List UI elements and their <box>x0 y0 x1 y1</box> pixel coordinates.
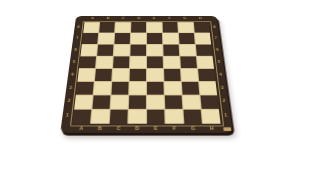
square-g4[interactable] <box>181 69 198 81</box>
square-e7[interactable] <box>147 33 162 44</box>
square-b3[interactable] <box>94 82 112 95</box>
square-c8[interactable] <box>115 22 130 32</box>
square-d6[interactable] <box>130 45 146 56</box>
square-a5[interactable] <box>79 56 96 68</box>
square-d8[interactable] <box>131 22 146 32</box>
square-h8[interactable] <box>194 22 210 32</box>
square-e3[interactable] <box>147 82 164 95</box>
brand-stamp <box>223 127 231 130</box>
file-label-top-g: G <box>177 17 193 21</box>
square-b6[interactable] <box>97 45 113 56</box>
rank-label-right-6: 6 <box>214 44 222 56</box>
rank-label-left-4: 4 <box>68 69 76 82</box>
square-f2[interactable] <box>165 95 183 108</box>
file-label-top-f: F <box>162 17 178 21</box>
rank-label-left-5: 5 <box>70 56 78 68</box>
square-g7[interactable] <box>179 33 195 44</box>
square-g2[interactable] <box>183 95 201 108</box>
file-label-bottom-d: D <box>128 126 147 131</box>
square-c7[interactable] <box>114 33 130 44</box>
square-b2[interactable] <box>92 95 110 108</box>
square-e5[interactable] <box>147 56 163 68</box>
square-e2[interactable] <box>147 95 164 108</box>
square-h6[interactable] <box>196 45 213 56</box>
file-labels-top: ABCDEFGH <box>85 17 209 21</box>
file-label-bottom-e: E <box>147 126 166 131</box>
square-f8[interactable] <box>163 22 178 32</box>
square-c6[interactable] <box>114 45 130 56</box>
square-a6[interactable] <box>81 45 98 56</box>
square-b5[interactable] <box>96 56 113 68</box>
square-d2[interactable] <box>129 95 146 108</box>
square-b4[interactable] <box>95 69 112 81</box>
file-labels-bottom: ABCDEFGH <box>72 126 222 131</box>
file-label-bottom-b: B <box>90 126 109 131</box>
square-f5[interactable] <box>164 56 180 68</box>
file-label-top-h: H <box>193 17 209 21</box>
file-label-top-c: C <box>116 17 132 21</box>
rank-label-left-3: 3 <box>66 81 74 94</box>
square-d3[interactable] <box>129 82 146 95</box>
square-f1[interactable] <box>165 110 183 124</box>
square-g8[interactable] <box>178 22 194 32</box>
file-label-top-b: B <box>100 17 116 21</box>
file-label-bottom-f: F <box>165 126 184 131</box>
square-d5[interactable] <box>130 56 146 68</box>
square-f4[interactable] <box>164 69 181 81</box>
square-g1[interactable] <box>184 110 202 124</box>
rank-label-right-7: 7 <box>212 33 220 44</box>
square-h1[interactable] <box>202 110 221 124</box>
file-label-bottom-a: A <box>72 126 91 131</box>
rank-label-right-4: 4 <box>217 69 225 82</box>
file-label-top-e: E <box>147 17 162 21</box>
rank-label-right-2: 2 <box>220 95 229 109</box>
photo-background: ABCDEFGH ABCDEFGH 87654321 87654321 <box>0 0 310 186</box>
rank-label-left-2: 2 <box>65 95 74 109</box>
square-c3[interactable] <box>111 82 128 95</box>
square-h7[interactable] <box>195 33 211 44</box>
rank-label-left-6: 6 <box>72 44 80 56</box>
square-a7[interactable] <box>82 33 98 44</box>
rank-label-right-5: 5 <box>215 56 223 68</box>
square-g5[interactable] <box>180 56 197 68</box>
rank-label-left-7: 7 <box>73 33 81 44</box>
square-b7[interactable] <box>98 33 114 44</box>
square-c2[interactable] <box>111 95 129 108</box>
rank-label-left-8: 8 <box>75 22 82 33</box>
square-e6[interactable] <box>147 45 163 56</box>
square-b8[interactable] <box>99 22 115 32</box>
square-a8[interactable] <box>83 22 99 32</box>
rank-label-right-8: 8 <box>211 22 218 33</box>
square-c1[interactable] <box>110 110 128 124</box>
square-f6[interactable] <box>163 45 179 56</box>
square-h4[interactable] <box>198 69 215 81</box>
square-f3[interactable] <box>164 82 181 95</box>
playing-field <box>72 22 220 123</box>
square-a4[interactable] <box>78 69 95 81</box>
rank-label-right-1: 1 <box>221 109 230 124</box>
square-g3[interactable] <box>182 82 200 95</box>
square-d4[interactable] <box>130 69 146 81</box>
file-label-top-a: A <box>85 17 101 21</box>
square-c5[interactable] <box>113 56 129 68</box>
square-g6[interactable] <box>180 45 196 56</box>
square-b1[interactable] <box>91 110 109 124</box>
file-label-bottom-g: G <box>184 126 203 131</box>
square-h3[interactable] <box>199 82 217 95</box>
square-d7[interactable] <box>131 33 146 44</box>
square-a3[interactable] <box>76 82 94 95</box>
file-label-bottom-h: H <box>202 126 221 131</box>
square-h2[interactable] <box>200 95 218 108</box>
square-a2[interactable] <box>74 95 92 108</box>
square-e4[interactable] <box>147 69 163 81</box>
square-h5[interactable] <box>197 56 214 68</box>
square-c4[interactable] <box>112 69 129 81</box>
square-e8[interactable] <box>147 22 162 32</box>
file-label-bottom-c: C <box>109 126 128 131</box>
square-e1[interactable] <box>147 110 165 124</box>
chess-board: ABCDEFGH ABCDEFGH 87654321 87654321 <box>60 16 233 133</box>
rank-label-left-1: 1 <box>63 109 72 124</box>
file-label-top-d: D <box>131 17 146 21</box>
square-f7[interactable] <box>163 33 179 44</box>
rank-label-right-3: 3 <box>218 81 226 94</box>
square-a1[interactable] <box>72 110 91 124</box>
square-d1[interactable] <box>128 110 146 124</box>
